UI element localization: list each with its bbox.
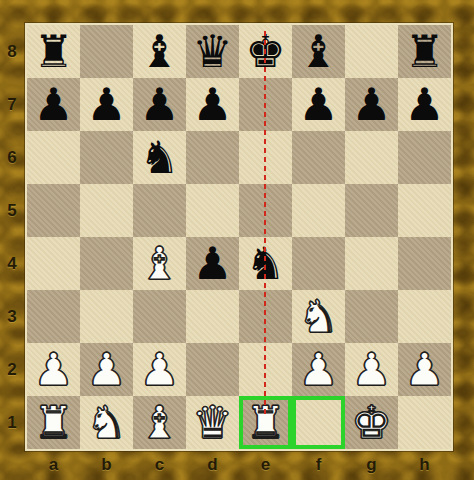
square-c7[interactable]: ♟ (133, 78, 186, 131)
square-h3[interactable] (398, 290, 451, 343)
file-labels: abcdefgh (27, 452, 451, 478)
square-g8[interactable] (345, 25, 398, 78)
black-king-piece: ♚ (245, 29, 285, 74)
white-bishop-piece: ♝ (139, 400, 179, 445)
square-f1[interactable] (292, 396, 345, 449)
black-pawn-piece: ♟ (192, 241, 232, 286)
square-h2[interactable]: ♟ (398, 343, 451, 396)
square-e8[interactable]: ♚ (239, 25, 292, 78)
file-label-b: b (80, 452, 133, 478)
square-g4[interactable] (345, 237, 398, 290)
square-c1[interactable]: ♝ (133, 396, 186, 449)
white-knight-piece: ♞ (86, 400, 126, 445)
square-h8[interactable]: ♜ (398, 25, 451, 78)
square-f4[interactable] (292, 237, 345, 290)
rank-label-7: 7 (2, 78, 22, 131)
square-b1[interactable]: ♞ (80, 396, 133, 449)
square-h4[interactable] (398, 237, 451, 290)
black-pawn-piece: ♟ (298, 82, 338, 127)
white-pawn-piece: ♟ (404, 347, 444, 392)
square-f7[interactable]: ♟ (292, 78, 345, 131)
square-a2[interactable]: ♟ (27, 343, 80, 396)
square-g7[interactable]: ♟ (345, 78, 398, 131)
square-a6[interactable] (27, 131, 80, 184)
rank-label-6: 6 (2, 131, 22, 184)
file-label-h: h (398, 452, 451, 478)
white-pawn-piece: ♟ (86, 347, 126, 392)
square-c5[interactable] (133, 184, 186, 237)
file-label-f: f (292, 452, 345, 478)
square-b5[interactable] (80, 184, 133, 237)
file-label-d: d (186, 452, 239, 478)
square-h7[interactable]: ♟ (398, 78, 451, 131)
square-c6[interactable]: ♞ (133, 131, 186, 184)
square-e6[interactable] (239, 131, 292, 184)
square-b7[interactable]: ♟ (80, 78, 133, 131)
white-queen-piece: ♛ (192, 400, 232, 445)
square-d5[interactable] (186, 184, 239, 237)
rank-label-4: 4 (2, 237, 22, 290)
file-label-g: g (345, 452, 398, 478)
square-c2[interactable]: ♟ (133, 343, 186, 396)
black-pawn-piece: ♟ (351, 82, 391, 127)
black-bishop-piece: ♝ (139, 29, 179, 74)
square-f8[interactable]: ♝ (292, 25, 345, 78)
white-rook-piece: ♜ (33, 400, 73, 445)
square-e2[interactable] (239, 343, 292, 396)
square-c8[interactable]: ♝ (133, 25, 186, 78)
square-a3[interactable] (27, 290, 80, 343)
chess-app-background: 87654321 ♜♝♛♚♝♜♟♟♟♟♟♟♟♞♝♟♞♞♟♟♟♟♟♟♜♞♝♛♜♚ … (0, 0, 474, 480)
white-pawn-piece: ♟ (351, 347, 391, 392)
rank-label-3: 3 (2, 290, 22, 343)
square-f3[interactable]: ♞ (292, 290, 345, 343)
white-bishop-piece: ♝ (139, 241, 179, 286)
file-label-a: a (27, 452, 80, 478)
black-rook-piece: ♜ (33, 29, 73, 74)
white-pawn-piece: ♟ (33, 347, 73, 392)
square-d3[interactable] (186, 290, 239, 343)
white-pawn-piece: ♟ (139, 347, 179, 392)
square-e3[interactable] (239, 290, 292, 343)
square-h5[interactable] (398, 184, 451, 237)
square-e1[interactable]: ♜ (239, 396, 292, 449)
black-bishop-piece: ♝ (298, 29, 338, 74)
square-b4[interactable] (80, 237, 133, 290)
square-d2[interactable] (186, 343, 239, 396)
square-d8[interactable]: ♛ (186, 25, 239, 78)
square-d6[interactable] (186, 131, 239, 184)
square-a7[interactable]: ♟ (27, 78, 80, 131)
black-pawn-piece: ♟ (404, 82, 444, 127)
square-h6[interactable] (398, 131, 451, 184)
square-d1[interactable]: ♛ (186, 396, 239, 449)
rank-label-5: 5 (2, 184, 22, 237)
square-c4[interactable]: ♝ (133, 237, 186, 290)
rank-label-8: 8 (2, 25, 22, 78)
chess-board[interactable]: ♜♝♛♚♝♜♟♟♟♟♟♟♟♞♝♟♞♞♟♟♟♟♟♟♜♞♝♛♜♚ (25, 23, 453, 451)
black-knight-piece: ♞ (245, 241, 285, 286)
square-a4[interactable] (27, 237, 80, 290)
file-label-e: e (239, 452, 292, 478)
black-pawn-piece: ♟ (192, 82, 232, 127)
rank-label-2: 2 (2, 343, 22, 396)
black-knight-piece: ♞ (139, 135, 179, 180)
square-e5[interactable] (239, 184, 292, 237)
white-rook-piece: ♜ (245, 400, 285, 445)
square-e4[interactable]: ♞ (239, 237, 292, 290)
file-label-c: c (133, 452, 186, 478)
rank-label-1: 1 (2, 396, 22, 449)
black-pawn-piece: ♟ (86, 82, 126, 127)
square-b3[interactable] (80, 290, 133, 343)
white-pawn-piece: ♟ (298, 347, 338, 392)
square-b8[interactable] (80, 25, 133, 78)
square-f2[interactable]: ♟ (292, 343, 345, 396)
square-c3[interactable] (133, 290, 186, 343)
square-f6[interactable] (292, 131, 345, 184)
square-g3[interactable] (345, 290, 398, 343)
white-king-piece: ♚ (351, 400, 391, 445)
square-d7[interactable]: ♟ (186, 78, 239, 131)
square-a8[interactable]: ♜ (27, 25, 80, 78)
square-g2[interactable]: ♟ (345, 343, 398, 396)
white-knight-piece: ♞ (298, 294, 338, 339)
square-a5[interactable] (27, 184, 80, 237)
square-h1[interactable] (398, 396, 451, 449)
square-d4[interactable]: ♟ (186, 237, 239, 290)
black-pawn-piece: ♟ (33, 82, 73, 127)
square-f5[interactable] (292, 184, 345, 237)
square-b2[interactable]: ♟ (80, 343, 133, 396)
rank-labels: 87654321 (2, 25, 22, 449)
black-rook-piece: ♜ (404, 29, 444, 74)
square-b6[interactable] (80, 131, 133, 184)
black-pawn-piece: ♟ (139, 82, 179, 127)
black-queen-piece: ♛ (192, 29, 232, 74)
square-a1[interactable]: ♜ (27, 396, 80, 449)
square-g1[interactable]: ♚ (345, 396, 398, 449)
square-g5[interactable] (345, 184, 398, 237)
square-g6[interactable] (345, 131, 398, 184)
square-e7[interactable] (239, 78, 292, 131)
